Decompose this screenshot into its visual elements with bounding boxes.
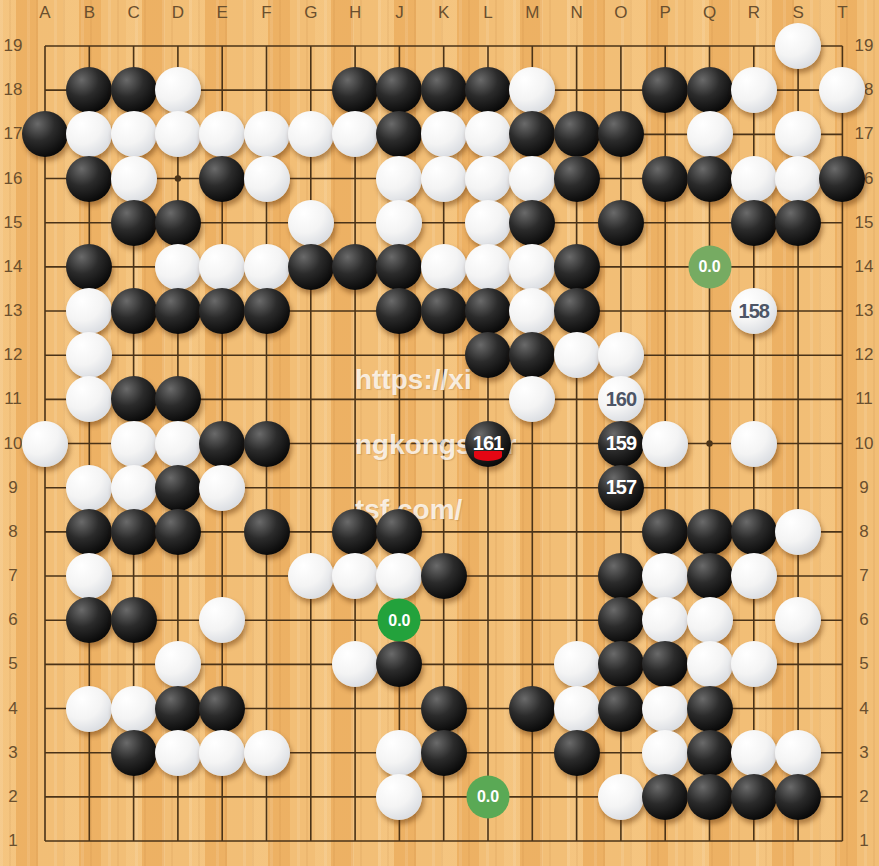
stone-black-Q16[interactable] [687, 156, 733, 202]
stone-black-O9[interactable]: 157 [598, 465, 644, 511]
stone-black-L18[interactable] [465, 67, 511, 113]
stone-black-C3[interactable] [111, 730, 157, 776]
go-board: https://xi ngkongspor tsf.com/ AABBCCDDE… [0, 0, 879, 866]
stone-black-K3[interactable] [421, 730, 467, 776]
coord-label-right: 10 [855, 434, 874, 454]
stone-white-M18[interactable] [509, 67, 555, 113]
stone-white-R7[interactable] [731, 553, 777, 599]
stone-white-C10[interactable] [111, 421, 157, 467]
stone-black-F13[interactable] [244, 288, 290, 334]
stone-white-J7[interactable] [376, 553, 422, 599]
stone-white-L15[interactable] [465, 200, 511, 246]
stone-black-E16[interactable] [199, 156, 245, 202]
stone-white-C17[interactable] [111, 111, 157, 157]
stone-black-H14[interactable] [332, 244, 378, 290]
stone-black-P2[interactable] [642, 774, 688, 820]
stone-black-J5[interactable] [376, 641, 422, 687]
stone-black-K13[interactable] [421, 288, 467, 334]
stone-white-M13[interactable] [509, 288, 555, 334]
stone-white-O11[interactable]: 160 [598, 376, 644, 422]
stone-black-D9[interactable] [155, 465, 201, 511]
coord-label-left: 11 [4, 389, 22, 409]
coord-label-top: T [837, 3, 847, 23]
coord-label-top: J [395, 3, 404, 23]
stone-black-J14[interactable] [376, 244, 422, 290]
stone-white-J16[interactable] [376, 156, 422, 202]
coord-label-right: 3 [859, 743, 868, 763]
stone-black-L12[interactable] [465, 332, 511, 378]
coord-label-left: 15 [4, 213, 23, 233]
coord-label-right: 13 [855, 301, 874, 321]
stone-white-D18[interactable] [155, 67, 201, 113]
coord-label-left: 1 [8, 831, 17, 851]
stone-black-C8[interactable] [111, 509, 157, 555]
stone-white-G17[interactable] [288, 111, 334, 157]
coord-label-left: 13 [4, 301, 23, 321]
stone-white-T18[interactable] [819, 67, 865, 113]
coord-label-top: O [614, 3, 627, 23]
stone-black-T16[interactable] [819, 156, 865, 202]
coord-label-top: R [748, 3, 760, 23]
coord-label-right: 4 [859, 699, 868, 719]
coord-label-right: 6 [859, 610, 868, 630]
stone-white-D14[interactable] [155, 244, 201, 290]
stone-black-J13[interactable] [376, 288, 422, 334]
stone-black-O17[interactable] [598, 111, 644, 157]
stone-white-L17[interactable] [465, 111, 511, 157]
stone-white-B12[interactable] [66, 332, 112, 378]
star-point [441, 440, 447, 446]
stone-black-G14[interactable] [288, 244, 334, 290]
stone-white-J3[interactable] [376, 730, 422, 776]
stone-black-Q7[interactable] [687, 553, 733, 599]
stone-white-L14[interactable] [465, 244, 511, 290]
coord-label-right: 11 [855, 389, 873, 409]
stone-black-R8[interactable] [731, 509, 777, 555]
coord-label-right: 19 [855, 36, 874, 56]
stone-white-K16[interactable] [421, 156, 467, 202]
stone-white-S3[interactable] [775, 730, 821, 776]
stone-white-Q17[interactable] [687, 111, 733, 157]
stone-black-K18[interactable] [421, 67, 467, 113]
stone-black-C15[interactable] [111, 200, 157, 246]
coord-label-top: L [483, 3, 492, 23]
coord-label-top: Q [703, 3, 716, 23]
stone-black-C11[interactable] [111, 376, 157, 422]
coord-label-left: 7 [8, 566, 17, 586]
stone-white-M14[interactable] [509, 244, 555, 290]
stone-black-M12[interactable] [509, 332, 555, 378]
coord-label-right: 1 [859, 831, 868, 851]
stone-white-B7[interactable] [66, 553, 112, 599]
stone-white-C9[interactable] [111, 465, 157, 511]
stone-black-B6[interactable] [66, 597, 112, 643]
stone-white-S19[interactable] [775, 23, 821, 69]
stone-white-P3[interactable] [642, 730, 688, 776]
coord-label-top: N [570, 3, 582, 23]
stone-white-P4[interactable] [642, 686, 688, 732]
star-point [706, 440, 712, 446]
stone-black-E4[interactable] [199, 686, 245, 732]
stone-white-M11[interactable] [509, 376, 555, 422]
coord-label-top: F [261, 3, 271, 23]
stone-white-S16[interactable] [775, 156, 821, 202]
stone-black-P8[interactable] [642, 509, 688, 555]
stone-white-P10[interactable] [642, 421, 688, 467]
stone-black-H8[interactable] [332, 509, 378, 555]
coord-label-left: 2 [8, 787, 17, 807]
stone-white-O2[interactable] [598, 774, 644, 820]
stone-black-C6[interactable] [111, 597, 157, 643]
stone-white-Q6[interactable] [687, 597, 733, 643]
stone-black-E13[interactable] [199, 288, 245, 334]
stone-black-P18[interactable] [642, 67, 688, 113]
stone-black-K4[interactable] [421, 686, 467, 732]
stone-black-M4[interactable] [509, 686, 555, 732]
stone-black-C18[interactable] [111, 67, 157, 113]
stone-white-G7[interactable] [288, 553, 334, 599]
coord-label-left: 10 [4, 434, 23, 454]
stone-white-R16[interactable] [731, 156, 777, 202]
stone-white-M16[interactable] [509, 156, 555, 202]
stone-black-N13[interactable] [554, 288, 600, 334]
coord-label-left: 17 [4, 124, 23, 144]
stone-black-P5[interactable] [642, 641, 688, 687]
score-marker-J6: 0.0 [378, 599, 421, 642]
coord-label-left: 8 [8, 522, 17, 542]
stone-white-R5[interactable] [731, 641, 777, 687]
coord-label-top: M [525, 3, 539, 23]
coord-label-top: H [349, 3, 361, 23]
coord-label-right: 5 [859, 654, 868, 674]
coord-label-left: 16 [4, 169, 23, 189]
stone-white-B11[interactable] [66, 376, 112, 422]
stone-black-O4[interactable] [598, 686, 644, 732]
coord-label-right: 17 [855, 124, 874, 144]
last-move-arrow-icon [474, 451, 502, 461]
stone-black-F8[interactable] [244, 509, 290, 555]
stone-black-D15[interactable] [155, 200, 201, 246]
stone-black-O15[interactable] [598, 200, 644, 246]
stone-black-N3[interactable] [554, 730, 600, 776]
stone-white-S6[interactable] [775, 597, 821, 643]
stone-white-B17[interactable] [66, 111, 112, 157]
stone-black-R2[interactable] [731, 774, 777, 820]
stone-black-A17[interactable] [22, 111, 68, 157]
coord-label-left: 4 [8, 699, 17, 719]
coord-label-right: 8 [859, 522, 868, 542]
move-number: 157 [606, 476, 636, 499]
stone-black-D4[interactable] [155, 686, 201, 732]
stone-black-C13[interactable] [111, 288, 157, 334]
stone-black-Q18[interactable] [687, 67, 733, 113]
stone-white-B9[interactable] [66, 465, 112, 511]
stone-white-J2[interactable] [376, 774, 422, 820]
stone-white-H7[interactable] [332, 553, 378, 599]
coord-label-top: D [172, 3, 184, 23]
coord-label-left: 19 [4, 36, 23, 56]
stone-white-F3[interactable] [244, 730, 290, 776]
stone-white-E3[interactable] [199, 730, 245, 776]
coord-label-top: S [792, 3, 803, 23]
coord-label-left: 12 [4, 345, 23, 365]
coord-label-left: 18 [4, 80, 23, 100]
move-number: 158 [739, 300, 769, 323]
stone-black-Q3[interactable] [687, 730, 733, 776]
stone-black-D8[interactable] [155, 509, 201, 555]
stone-white-F17[interactable] [244, 111, 290, 157]
stone-black-M15[interactable] [509, 200, 555, 246]
coord-label-left: 9 [8, 478, 17, 498]
stone-white-H17[interactable] [332, 111, 378, 157]
stone-white-A10[interactable] [22, 421, 68, 467]
stone-white-K14[interactable] [421, 244, 467, 290]
coord-label-right: 12 [855, 345, 874, 365]
coord-label-left: 14 [4, 257, 23, 277]
stone-white-N5[interactable] [554, 641, 600, 687]
coord-label-top: K [438, 3, 449, 23]
stone-white-N4[interactable] [554, 686, 600, 732]
coord-label-top: G [304, 3, 317, 23]
stone-black-N17[interactable] [554, 111, 600, 157]
stone-white-C4[interactable] [111, 686, 157, 732]
coord-label-top: B [84, 3, 95, 23]
stone-black-E10[interactable] [199, 421, 245, 467]
stone-black-S15[interactable] [775, 200, 821, 246]
coord-label-left: 6 [8, 610, 17, 630]
coord-label-right: 7 [859, 566, 868, 586]
coord-label-left: 5 [8, 654, 17, 674]
stone-black-B14[interactable] [66, 244, 112, 290]
stone-white-E17[interactable] [199, 111, 245, 157]
stone-black-R15[interactable] [731, 200, 777, 246]
stone-white-D3[interactable] [155, 730, 201, 776]
stone-white-Q5[interactable] [687, 641, 733, 687]
stone-white-G15[interactable] [288, 200, 334, 246]
coord-label-top: E [217, 3, 228, 23]
stone-white-R10[interactable] [731, 421, 777, 467]
star-point [175, 175, 181, 181]
score-marker-L2: 0.0 [467, 775, 510, 818]
stone-black-S2[interactable] [775, 774, 821, 820]
stone-white-B4[interactable] [66, 686, 112, 732]
stone-white-R18[interactable] [731, 67, 777, 113]
stone-white-E6[interactable] [199, 597, 245, 643]
stone-black-O10[interactable]: 159 [598, 421, 644, 467]
stone-black-O5[interactable] [598, 641, 644, 687]
stone-black-F10[interactable] [244, 421, 290, 467]
stone-black-H18[interactable] [332, 67, 378, 113]
coord-label-right: 15 [855, 213, 874, 233]
stone-white-S8[interactable] [775, 509, 821, 555]
stone-black-J8[interactable] [376, 509, 422, 555]
coord-label-right: 9 [859, 478, 868, 498]
stone-white-E14[interactable] [199, 244, 245, 290]
stone-black-B18[interactable] [66, 67, 112, 113]
score-marker-Q14: 0.0 [688, 245, 731, 288]
stone-white-D17[interactable] [155, 111, 201, 157]
stone-white-E9[interactable] [199, 465, 245, 511]
stone-white-N12[interactable] [554, 332, 600, 378]
coord-label-top: P [660, 3, 671, 23]
stone-black-Q4[interactable] [687, 686, 733, 732]
stone-white-R3[interactable] [731, 730, 777, 776]
coord-label-left: 3 [8, 743, 17, 763]
stone-white-C16[interactable] [111, 156, 157, 202]
stone-black-J18[interactable] [376, 67, 422, 113]
stone-white-F16[interactable] [244, 156, 290, 202]
stone-black-Q8[interactable] [687, 509, 733, 555]
stone-black-M17[interactable] [509, 111, 555, 157]
stone-black-D13[interactable] [155, 288, 201, 334]
coord-label-right: 14 [855, 257, 874, 277]
stone-white-L16[interactable] [465, 156, 511, 202]
stone-white-P7[interactable] [642, 553, 688, 599]
stone-white-B13[interactable] [66, 288, 112, 334]
stone-white-P6[interactable] [642, 597, 688, 643]
stone-white-J15[interactable] [376, 200, 422, 246]
stone-black-O7[interactable] [598, 553, 644, 599]
stone-black-Q2[interactable] [687, 774, 733, 820]
coord-label-right: 2 [859, 787, 868, 807]
move-number: 160 [606, 388, 636, 411]
stone-black-O6[interactable] [598, 597, 644, 643]
stone-black-N16[interactable] [554, 156, 600, 202]
stone-white-O12[interactable] [598, 332, 644, 378]
coord-label-top: A [39, 3, 50, 23]
stone-white-S17[interactable] [775, 111, 821, 157]
stone-black-N14[interactable] [554, 244, 600, 290]
stone-white-H5[interactable] [332, 641, 378, 687]
stone-black-B16[interactable] [66, 156, 112, 202]
stone-white-F14[interactable] [244, 244, 290, 290]
stone-black-B8[interactable] [66, 509, 112, 555]
stone-black-J17[interactable] [376, 111, 422, 157]
stone-white-K17[interactable] [421, 111, 467, 157]
move-number: 159 [606, 432, 636, 455]
stone-black-L13[interactable] [465, 288, 511, 334]
stone-black-K7[interactable] [421, 553, 467, 599]
coord-label-top: C [127, 3, 139, 23]
stone-white-R13[interactable]: 158 [731, 288, 777, 334]
stone-white-D5[interactable] [155, 641, 201, 687]
stone-black-P16[interactable] [642, 156, 688, 202]
stone-black-D11[interactable] [155, 376, 201, 422]
stone-white-D10[interactable] [155, 421, 201, 467]
